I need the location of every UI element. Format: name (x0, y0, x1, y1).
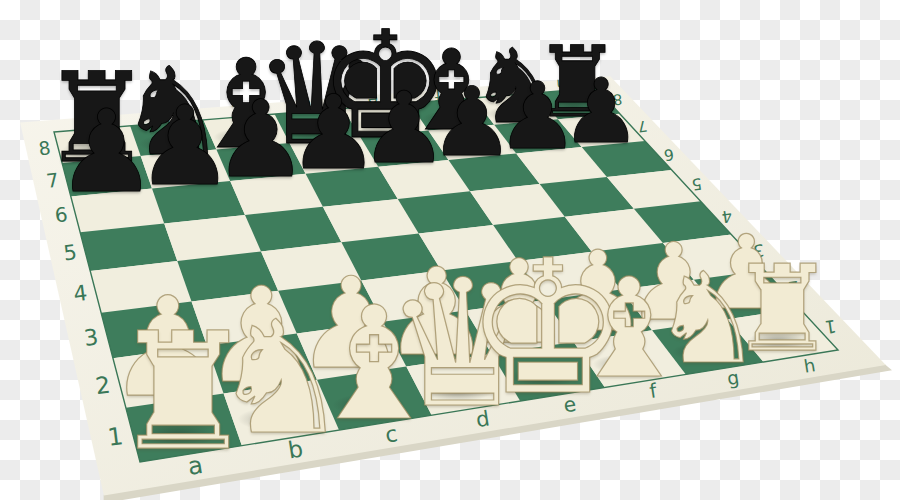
piece-white-rook-h1[interactable]: ♜ (729, 250, 836, 369)
transparency-checker-background: 88aa77bb66cc55dd44ee33ff22gg11hh ♜♞♝♛♚♝♞… (0, 0, 900, 500)
piece-black-pawn-h7[interactable]: ♟ (561, 67, 641, 156)
